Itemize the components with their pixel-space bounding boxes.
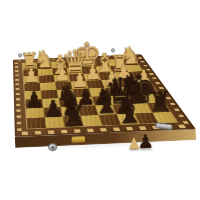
black-rook[interactable]: ♜: [145, 88, 176, 116]
white-pawn[interactable]: ♟: [16, 66, 47, 86]
pieces-layer: ♜♞♚♞♝♛♝♜♟♟♟♟♟♟♟♟♞♟♞♟♟♛♚♟♟♝♟♜♜♝: [0, 0, 200, 200]
black-bishop[interactable]: ♝: [114, 95, 145, 129]
black-rook[interactable]: ♜: [58, 101, 89, 130]
product-photo: ♜♞♚♞♝♛♝♜♟♟♟♟♟♟♟♟♞♟♞♟♟♛♚♟♟♝♟♜♜♝ ♟♟: [0, 0, 200, 200]
